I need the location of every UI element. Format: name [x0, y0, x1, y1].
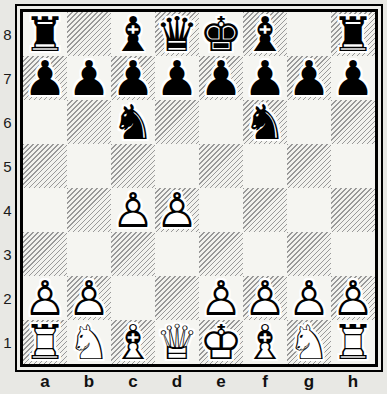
black-piece-glyph: ♞: [111, 100, 155, 144]
piece-white-rook[interactable]: ♜♖: [23, 320, 67, 364]
rank-label-1: 1: [0, 320, 15, 364]
white-piece-outline-glyph: ♙: [67, 276, 111, 320]
square-f4[interactable]: [243, 188, 287, 232]
square-a6[interactable]: [23, 100, 67, 144]
square-b8[interactable]: [67, 12, 111, 56]
piece-black-knight[interactable]: ♞: [243, 100, 287, 144]
square-b7[interactable]: ♟: [67, 56, 111, 100]
file-label-f: f: [243, 372, 287, 394]
piece-white-pawn[interactable]: ♟♙: [155, 188, 199, 232]
square-d2[interactable]: [155, 276, 199, 320]
piece-white-pawn[interactable]: ♟♙: [199, 276, 243, 320]
square-g7[interactable]: ♟: [287, 56, 331, 100]
square-d7[interactable]: ♟: [155, 56, 199, 100]
piece-black-pawn[interactable]: ♟: [287, 56, 331, 100]
square-e2[interactable]: ♟♙: [199, 276, 243, 320]
square-c4[interactable]: ♟♙: [111, 188, 155, 232]
white-piece-outline-glyph: ♗: [243, 320, 287, 364]
piece-black-pawn[interactable]: ♟: [155, 56, 199, 100]
file-labels: abcdefgh: [15, 372, 383, 394]
piece-white-knight[interactable]: ♞♘: [67, 320, 111, 364]
rank-labels: 87654321: [0, 0, 15, 372]
square-d8[interactable]: ♛: [155, 12, 199, 56]
square-h7[interactable]: ♟: [331, 56, 375, 100]
piece-white-knight[interactable]: ♞♘: [287, 320, 331, 364]
square-f2[interactable]: ♟♙: [243, 276, 287, 320]
square-d4[interactable]: ♟♙: [155, 188, 199, 232]
square-a1[interactable]: ♜♖: [23, 320, 67, 364]
black-piece-glyph: ♟: [243, 56, 287, 100]
black-piece-glyph: ♛: [155, 12, 199, 56]
square-c8[interactable]: ♝: [111, 12, 155, 56]
white-piece-outline-glyph: ♖: [23, 320, 67, 364]
square-c3[interactable]: [111, 232, 155, 276]
square-b5[interactable]: [67, 144, 111, 188]
square-c2[interactable]: [111, 276, 155, 320]
rank-label-7: 7: [0, 56, 15, 100]
piece-white-pawn[interactable]: ♟♙: [287, 276, 331, 320]
piece-black-bishop[interactable]: ♝: [243, 12, 287, 56]
square-c6[interactable]: ♞: [111, 100, 155, 144]
piece-black-pawn[interactable]: ♟: [199, 56, 243, 100]
rank-label-2: 2: [0, 276, 15, 320]
square-f1[interactable]: ♝♗: [243, 320, 287, 364]
piece-white-pawn[interactable]: ♟♙: [23, 276, 67, 320]
square-c7[interactable]: ♟: [111, 56, 155, 100]
rank-label-3: 3: [0, 232, 15, 276]
square-g5[interactable]: [287, 144, 331, 188]
piece-black-king[interactable]: ♚: [199, 12, 243, 56]
black-piece-glyph: ♟: [67, 56, 111, 100]
white-piece-outline-glyph: ♙: [199, 276, 243, 320]
piece-white-queen[interactable]: ♛♕: [155, 320, 199, 364]
square-a4[interactable]: [23, 188, 67, 232]
square-a3[interactable]: [23, 232, 67, 276]
rank-label-4: 4: [0, 188, 15, 232]
white-piece-outline-glyph: ♖: [331, 320, 375, 364]
white-piece-outline-glyph: ♙: [111, 188, 155, 232]
square-e3[interactable]: [199, 232, 243, 276]
square-c1[interactable]: ♝♗: [111, 320, 155, 364]
black-piece-glyph: ♟: [331, 56, 375, 100]
black-piece-glyph: ♟: [111, 56, 155, 100]
square-g3[interactable]: [287, 232, 331, 276]
square-g1[interactable]: ♞♘: [287, 320, 331, 364]
square-e7[interactable]: ♟: [199, 56, 243, 100]
square-b1[interactable]: ♞♘: [67, 320, 111, 364]
square-h4[interactable]: [331, 188, 375, 232]
white-piece-outline-glyph: ♙: [155, 188, 199, 232]
square-d6[interactable]: [155, 100, 199, 144]
piece-black-pawn[interactable]: ♟: [67, 56, 111, 100]
chess-board: ♜♝♛♚♝♜♟♟♟♟♟♟♟♟♞♞♟♙♟♙♟♙♟♙♟♙♟♙♟♙♟♙♜♖♞♘♝♗♛♕…: [20, 9, 378, 367]
square-b4[interactable]: [67, 188, 111, 232]
file-label-g: g: [287, 372, 331, 394]
square-b6[interactable]: [67, 100, 111, 144]
black-piece-glyph: ♟: [199, 56, 243, 100]
piece-white-pawn[interactable]: ♟♙: [331, 276, 375, 320]
square-a8[interactable]: ♜: [23, 12, 67, 56]
black-piece-glyph: ♟: [23, 56, 67, 100]
square-h8[interactable]: ♜: [331, 12, 375, 56]
white-piece-outline-glyph: ♘: [67, 320, 111, 364]
square-a5[interactable]: [23, 144, 67, 188]
square-e5[interactable]: [199, 144, 243, 188]
piece-black-pawn[interactable]: ♟: [23, 56, 67, 100]
rank-label-5: 5: [0, 144, 15, 188]
square-e8[interactable]: ♚: [199, 12, 243, 56]
square-h5[interactable]: [331, 144, 375, 188]
square-b3[interactable]: [67, 232, 111, 276]
black-piece-glyph: ♝: [243, 12, 287, 56]
white-piece-outline-glyph: ♔: [199, 320, 243, 364]
white-piece-outline-glyph: ♙: [243, 276, 287, 320]
rank-label-8: 8: [0, 12, 15, 56]
square-h2[interactable]: ♟♙: [331, 276, 375, 320]
square-a7[interactable]: ♟: [23, 56, 67, 100]
piece-white-pawn[interactable]: ♟♙: [111, 188, 155, 232]
piece-black-pawn[interactable]: ♟: [111, 56, 155, 100]
piece-black-pawn[interactable]: ♟: [243, 56, 287, 100]
white-piece-outline-glyph: ♙: [331, 276, 375, 320]
black-piece-glyph: ♜: [23, 12, 67, 56]
square-h3[interactable]: [331, 232, 375, 276]
piece-black-pawn[interactable]: ♟: [331, 56, 375, 100]
square-b2[interactable]: ♟♙: [67, 276, 111, 320]
square-d1[interactable]: ♛♕: [155, 320, 199, 364]
file-label-b: b: [67, 372, 111, 394]
piece-black-bishop[interactable]: ♝: [111, 12, 155, 56]
piece-white-king[interactable]: ♚♔: [199, 320, 243, 364]
white-piece-outline-glyph: ♗: [111, 320, 155, 364]
square-c5[interactable]: [111, 144, 155, 188]
white-piece-outline-glyph: ♙: [287, 276, 331, 320]
square-f8[interactable]: ♝: [243, 12, 287, 56]
file-label-c: c: [111, 372, 155, 394]
square-f7[interactable]: ♟: [243, 56, 287, 100]
white-piece-outline-glyph: ♕: [155, 320, 199, 364]
board-frame: ♜♝♛♚♝♜♟♟♟♟♟♟♟♟♞♞♟♙♟♙♟♙♟♙♟♙♟♙♟♙♟♙♜♖♞♘♝♗♛♕…: [15, 4, 383, 372]
square-d3[interactable]: [155, 232, 199, 276]
chess-diagram: 87654321 ♜♝♛♚♝♜♟♟♟♟♟♟♟♟♞♞♟♙♟♙♟♙♟♙♟♙♟♙♟♙♟…: [0, 0, 387, 394]
black-piece-glyph: ♞: [243, 100, 287, 144]
file-label-d: d: [155, 372, 199, 394]
piece-white-bishop[interactable]: ♝♗: [111, 320, 155, 364]
square-e1[interactable]: ♚♔: [199, 320, 243, 364]
square-g2[interactable]: ♟♙: [287, 276, 331, 320]
file-label-a: a: [23, 372, 67, 394]
file-label-h: h: [331, 372, 375, 394]
black-piece-glyph: ♜: [331, 12, 375, 56]
square-e6[interactable]: [199, 100, 243, 144]
piece-black-rook[interactable]: ♜: [331, 12, 375, 56]
piece-black-knight[interactable]: ♞: [111, 100, 155, 144]
square-h6[interactable]: [331, 100, 375, 144]
square-e4[interactable]: [199, 188, 243, 232]
square-d5[interactable]: [155, 144, 199, 188]
piece-white-pawn[interactable]: ♟♙: [243, 276, 287, 320]
black-piece-glyph: ♟: [287, 56, 331, 100]
white-piece-outline-glyph: ♘: [287, 320, 331, 364]
file-label-e: e: [199, 372, 243, 394]
square-f6[interactable]: ♞: [243, 100, 287, 144]
square-g6[interactable]: [287, 100, 331, 144]
black-piece-glyph: ♚: [199, 12, 243, 56]
piece-black-queen[interactable]: ♛: [155, 12, 199, 56]
rank-label-6: 6: [0, 100, 15, 144]
square-g8[interactable]: [287, 12, 331, 56]
white-piece-outline-glyph: ♙: [23, 276, 67, 320]
square-h1[interactable]: ♜♖: [331, 320, 375, 364]
square-a2[interactable]: ♟♙: [23, 276, 67, 320]
piece-white-pawn[interactable]: ♟♙: [67, 276, 111, 320]
square-f5[interactable]: [243, 144, 287, 188]
black-piece-glyph: ♝: [111, 12, 155, 56]
piece-white-bishop[interactable]: ♝♗: [243, 320, 287, 364]
square-g4[interactable]: [287, 188, 331, 232]
piece-white-rook[interactable]: ♜♖: [331, 320, 375, 364]
black-piece-glyph: ♟: [155, 56, 199, 100]
square-f3[interactable]: [243, 232, 287, 276]
piece-black-rook[interactable]: ♜: [23, 12, 67, 56]
